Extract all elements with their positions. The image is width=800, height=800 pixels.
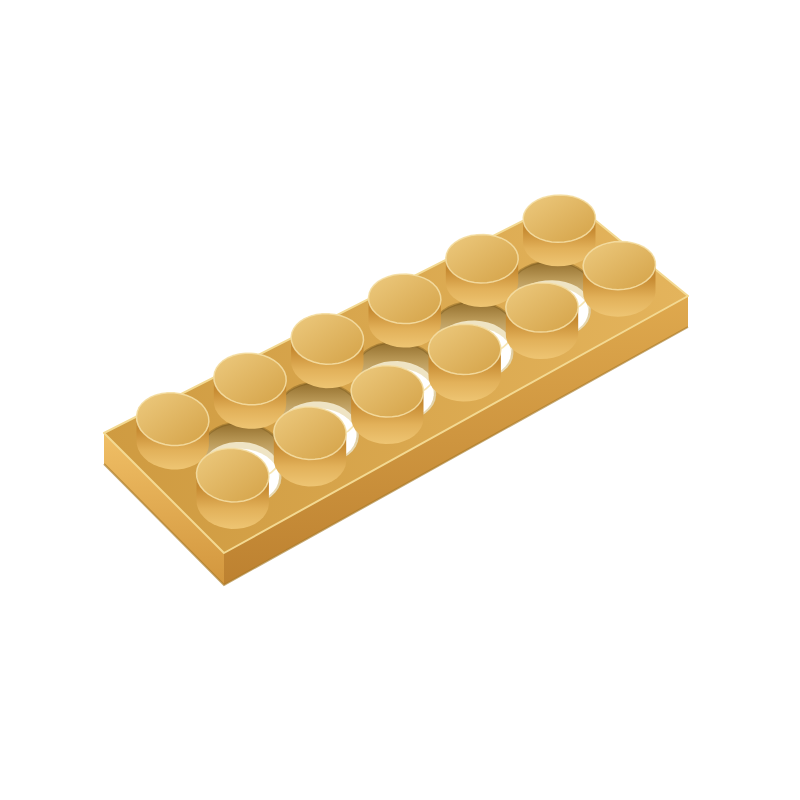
stud-top [429, 324, 501, 374]
stud-r2-c5 [506, 283, 578, 359]
product-image [0, 0, 800, 800]
stud-top [197, 448, 269, 502]
stud-top [214, 353, 286, 405]
stud-top [291, 314, 363, 365]
stud-r2-c4 [429, 324, 501, 401]
stud-r1-c3 [291, 314, 363, 389]
stud-r1-c2 [214, 353, 286, 429]
stud-r2-c1 [197, 448, 269, 529]
stud-r1-c4 [369, 274, 441, 348]
stud-r2-c6 [583, 242, 655, 317]
stud-top [583, 242, 655, 290]
stud-top [274, 407, 346, 459]
stud-r2-c2 [274, 407, 346, 486]
stud-r1-c5 [446, 235, 518, 307]
stud-r2-c3 [351, 366, 423, 444]
stud-r1-c1 [137, 393, 209, 470]
stud-r1-c6 [523, 195, 595, 266]
lego-plate-render [0, 0, 800, 800]
stud-top [506, 283, 578, 332]
stud-top [137, 393, 209, 446]
stud-top [369, 274, 441, 324]
stud-top [446, 235, 518, 283]
stud-top [523, 195, 595, 242]
stud-top [351, 366, 423, 417]
